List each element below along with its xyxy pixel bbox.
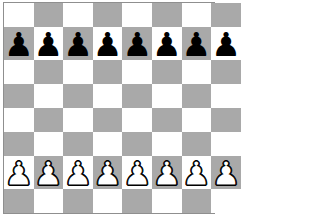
square-c4[interactable]: [63, 108, 93, 132]
square-g2[interactable]: ♟: [182, 156, 212, 189]
square-e5[interactable]: [122, 84, 152, 108]
square-d4[interactable]: [93, 108, 123, 132]
chess-board: ♟♟♟♟♟♟♟♟♟♟♟♟♟♟♟♟: [4, 3, 214, 213]
square-c7[interactable]: ♟: [63, 27, 93, 60]
square-a5[interactable]: [4, 84, 34, 108]
square-f3[interactable]: [152, 132, 182, 156]
black-pawn-icon: ♟: [122, 28, 152, 61]
square-h3[interactable]: [211, 132, 222, 156]
square-h4[interactable]: [211, 108, 222, 132]
square-b4[interactable]: [34, 108, 64, 132]
square-h8[interactable]: [211, 3, 222, 27]
black-pawn-icon: ♟: [93, 28, 123, 61]
square-a2[interactable]: ♟: [4, 156, 34, 189]
square-b2[interactable]: ♟: [34, 156, 64, 189]
square-g8[interactable]: [182, 3, 212, 27]
square-c5[interactable]: [63, 84, 93, 108]
square-d8[interactable]: [93, 3, 123, 27]
square-f2[interactable]: ♟: [152, 156, 182, 189]
square-b5[interactable]: [34, 84, 64, 108]
black-pawn-icon: ♟: [4, 28, 34, 61]
square-e7[interactable]: ♟: [122, 27, 152, 60]
white-pawn-icon: ♟: [182, 157, 212, 190]
square-d2[interactable]: ♟: [93, 156, 123, 189]
white-pawn-icon: ♟: [93, 157, 123, 190]
square-e3[interactable]: [122, 132, 152, 156]
chess-board-frame: ♟♟♟♟♟♟♟♟♟♟♟♟♟♟♟♟: [3, 2, 215, 214]
square-b8[interactable]: [34, 3, 64, 27]
square-g7[interactable]: ♟: [182, 27, 212, 60]
black-pawn-icon: ♟: [34, 28, 64, 61]
white-pawn-icon: ♟: [122, 157, 152, 190]
square-f8[interactable]: [152, 3, 182, 27]
square-e4[interactable]: [122, 108, 152, 132]
black-pawn-icon: ♟: [63, 28, 93, 61]
square-f4[interactable]: [152, 108, 182, 132]
square-c8[interactable]: [63, 3, 93, 27]
white-pawn-icon: ♟: [4, 157, 34, 190]
square-f5[interactable]: [152, 84, 182, 108]
square-a7[interactable]: ♟: [4, 27, 34, 60]
square-c3[interactable]: [63, 132, 93, 156]
square-g3[interactable]: [182, 132, 212, 156]
square-a3[interactable]: [4, 132, 34, 156]
white-pawn-icon: ♟: [152, 157, 182, 190]
white-pawn-icon: ♟: [211, 157, 222, 190]
square-a4[interactable]: [4, 108, 34, 132]
square-f7[interactable]: ♟: [152, 27, 182, 60]
black-pawn-icon: ♟: [211, 28, 222, 61]
square-g5[interactable]: [182, 84, 212, 108]
square-a8[interactable]: [4, 3, 34, 27]
square-h2[interactable]: ♟: [211, 156, 222, 189]
square-d5[interactable]: [93, 84, 123, 108]
square-b3[interactable]: [34, 132, 64, 156]
square-h7[interactable]: ♟: [211, 27, 222, 60]
square-e2[interactable]: ♟: [122, 156, 152, 189]
white-pawn-icon: ♟: [34, 157, 64, 190]
square-g4[interactable]: [182, 108, 212, 132]
square-b7[interactable]: ♟: [34, 27, 64, 60]
square-c2[interactable]: ♟: [63, 156, 93, 189]
square-d3[interactable]: [93, 132, 123, 156]
square-d7[interactable]: ♟: [93, 27, 123, 60]
white-pawn-icon: ♟: [63, 157, 93, 190]
square-h5[interactable]: [211, 84, 222, 108]
square-e8[interactable]: [122, 3, 152, 27]
black-pawn-icon: ♟: [182, 28, 212, 61]
black-pawn-icon: ♟: [152, 28, 182, 61]
